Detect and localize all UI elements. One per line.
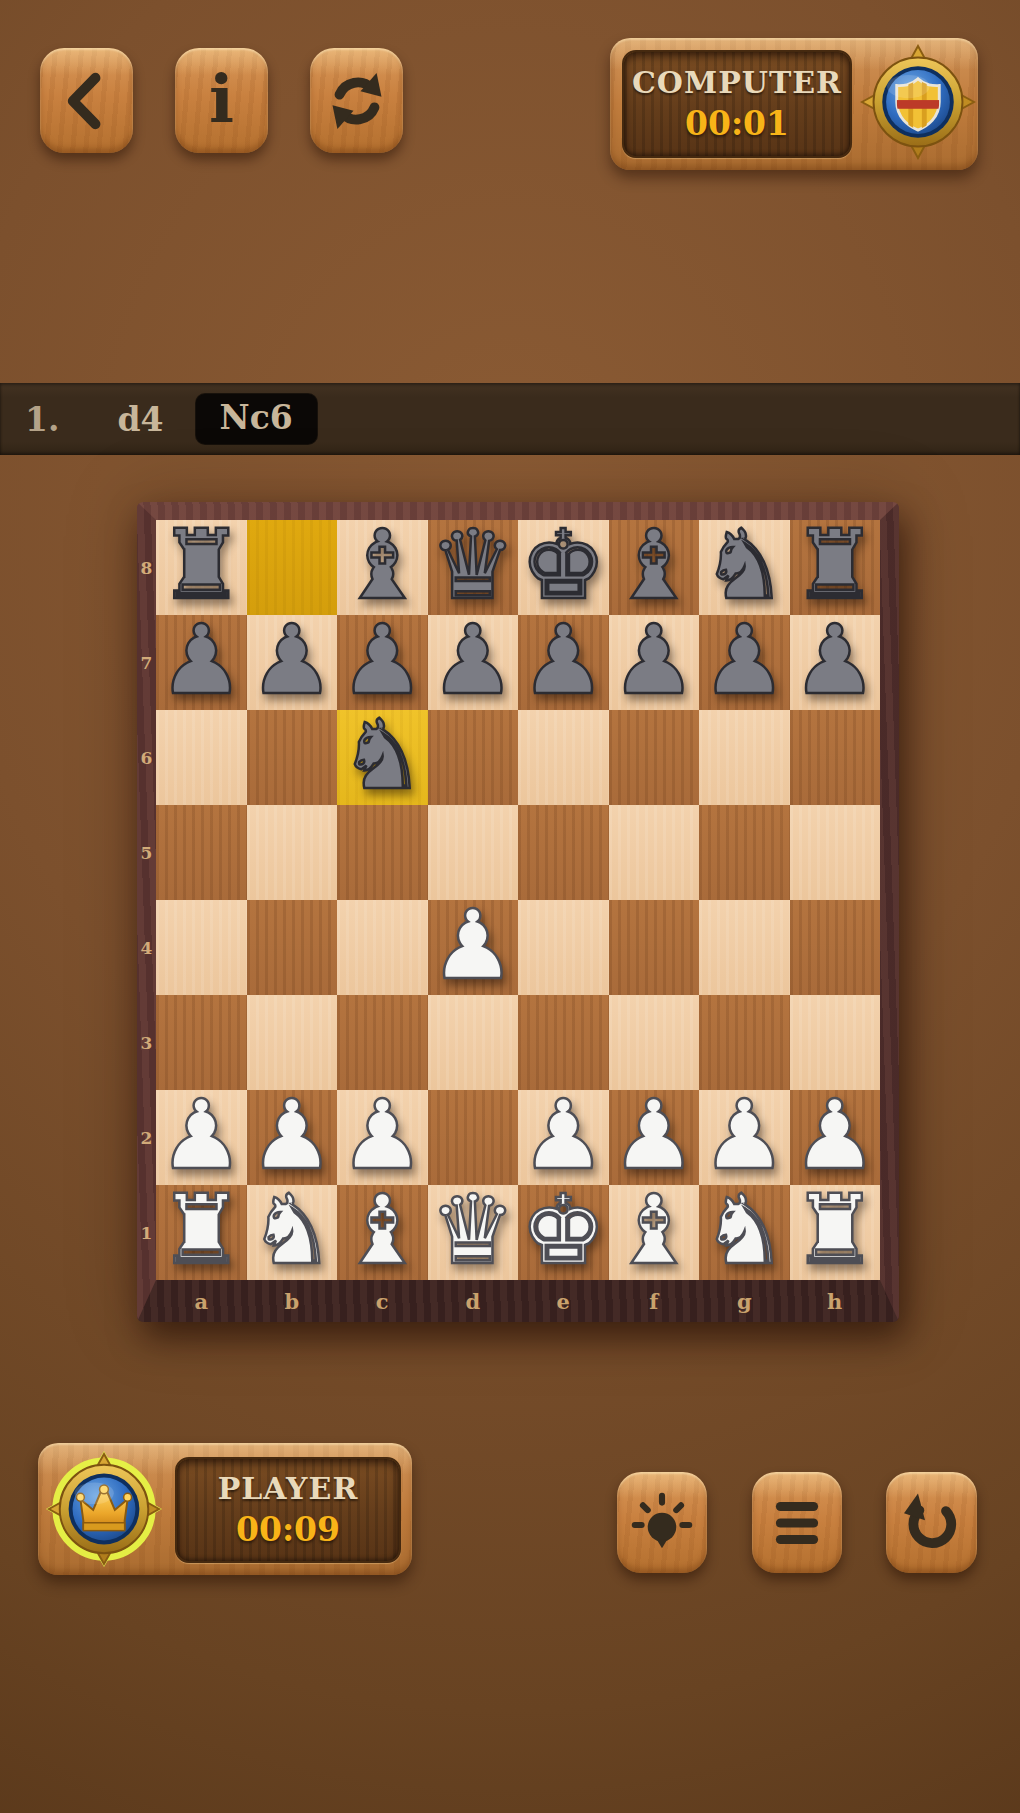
square-h8[interactable]: ♜ [790, 520, 881, 615]
shield-badge-icon [860, 44, 976, 164]
square-e8[interactable]: ♚ [518, 520, 609, 615]
square-b3[interactable] [247, 995, 338, 1090]
crown-badge-icon [45, 1450, 163, 1572]
square-h4[interactable] [790, 900, 881, 995]
player-timer: 00:09 [236, 1510, 340, 1549]
square-a1[interactable]: ♜ [156, 1185, 247, 1280]
square-c5[interactable] [337, 805, 428, 900]
rank-label-6: 6 [137, 710, 156, 805]
piece-white-king[interactable]: ♚ [518, 1185, 609, 1280]
file-label-f: f [609, 1284, 700, 1318]
square-d4[interactable]: ♟ [428, 900, 519, 995]
piece-black-knight[interactable]: ♞ [337, 710, 428, 805]
file-label-a: a [156, 1284, 247, 1318]
square-e5[interactable] [518, 805, 609, 900]
square-f8[interactable]: ♝ [609, 520, 700, 615]
square-e2[interactable]: ♟ [518, 1090, 609, 1185]
player-name: PLAYER [218, 1471, 359, 1506]
square-a4[interactable] [156, 900, 247, 995]
square-h2[interactable]: ♟ [790, 1090, 881, 1185]
piece-white-pawn[interactable]: ♟ [428, 900, 519, 995]
square-g8[interactable]: ♞ [699, 520, 790, 615]
square-a7[interactable]: ♟ [156, 615, 247, 710]
square-d6[interactable] [428, 710, 519, 805]
square-f5[interactable] [609, 805, 700, 900]
square-b4[interactable] [247, 900, 338, 995]
square-a6[interactable] [156, 710, 247, 805]
board-squares: ♜♝♛♚♝♞♜♟♟♟♟♟♟♟♟♞♟♟♟♟♟♟♟♟♜♞♝♛♚♝♞♜ [156, 520, 880, 1280]
square-e4[interactable] [518, 900, 609, 995]
move-white[interactable]: d4 [117, 400, 163, 439]
computer-timer: 00:01 [685, 104, 789, 143]
piece-white-knight[interactable]: ♞ [699, 1185, 790, 1280]
square-b7[interactable]: ♟ [247, 615, 338, 710]
computer-name: COMPUTER [632, 65, 842, 100]
player-panel: PLAYER 00:09 [38, 1443, 412, 1575]
flip-board-button[interactable] [310, 48, 403, 153]
square-b1[interactable]: ♞ [247, 1185, 338, 1280]
square-g4[interactable] [699, 900, 790, 995]
piece-black-pawn[interactable]: ♟ [156, 615, 247, 710]
back-chevron-icon [55, 65, 119, 137]
square-f2[interactable]: ♟ [609, 1090, 700, 1185]
file-labels: abcdefgh [156, 1284, 880, 1318]
menu-button[interactable] [752, 1472, 842, 1573]
square-c6[interactable]: ♞ [337, 710, 428, 805]
square-h7[interactable]: ♟ [790, 615, 881, 710]
piece-white-pawn[interactable]: ♟ [247, 1090, 338, 1185]
file-label-c: c [337, 1284, 428, 1318]
piece-white-pawn[interactable]: ♟ [699, 1090, 790, 1185]
file-label-b: b [247, 1284, 338, 1318]
square-e6[interactable] [518, 710, 609, 805]
piece-black-queen[interactable]: ♛ [428, 520, 519, 615]
square-g1[interactable]: ♞ [699, 1185, 790, 1280]
square-e7[interactable]: ♟ [518, 615, 609, 710]
piece-black-bishop[interactable]: ♝ [337, 520, 428, 615]
piece-black-pawn[interactable]: ♟ [428, 615, 519, 710]
piece-white-rook[interactable]: ♜ [790, 1185, 881, 1280]
computer-clock: COMPUTER 00:01 [622, 50, 852, 158]
piece-white-queen[interactable]: ♛ [428, 1185, 519, 1280]
file-label-e: e [518, 1284, 609, 1318]
square-f6[interactable] [609, 710, 700, 805]
file-label-g: g [699, 1284, 790, 1318]
square-h6[interactable] [790, 710, 881, 805]
player-clock: PLAYER 00:09 [175, 1457, 401, 1563]
square-g6[interactable] [699, 710, 790, 805]
move-list-bar: 1. d4 Nc6 [0, 383, 1020, 455]
square-c4[interactable] [337, 900, 428, 995]
rank-labels: 87654321 [137, 520, 156, 1280]
square-c8[interactable]: ♝ [337, 520, 428, 615]
square-d3[interactable] [428, 995, 519, 1090]
lightbulb-icon [628, 1487, 696, 1559]
chess-board: ♜♝♛♚♝♞♜♟♟♟♟♟♟♟♟♞♟♟♟♟♟♟♟♟♜♞♝♛♚♝♞♜ 8765432… [137, 502, 899, 1322]
square-h3[interactable] [790, 995, 881, 1090]
piece-black-knight[interactable]: ♞ [699, 520, 790, 615]
square-b8[interactable] [247, 520, 338, 615]
rank-label-4: 4 [137, 900, 156, 995]
square-b2[interactable]: ♟ [247, 1090, 338, 1185]
file-label-d: d [428, 1284, 519, 1318]
rank-label-7: 7 [137, 615, 156, 710]
piece-black-pawn[interactable]: ♟ [699, 615, 790, 710]
square-f1[interactable]: ♝ [609, 1185, 700, 1280]
piece-black-pawn[interactable]: ♟ [518, 615, 609, 710]
square-f4[interactable] [609, 900, 700, 995]
piece-black-king[interactable]: ♚ [518, 520, 609, 615]
piece-black-bishop[interactable]: ♝ [609, 520, 700, 615]
square-b5[interactable] [247, 805, 338, 900]
square-a2[interactable]: ♟ [156, 1090, 247, 1185]
piece-white-rook[interactable]: ♜ [156, 1185, 247, 1280]
piece-black-pawn[interactable]: ♟ [790, 615, 881, 710]
piece-black-pawn[interactable]: ♟ [337, 615, 428, 710]
piece-white-pawn[interactable]: ♟ [518, 1090, 609, 1185]
piece-white-knight[interactable]: ♞ [247, 1185, 338, 1280]
square-e3[interactable] [518, 995, 609, 1090]
rank-label-3: 3 [137, 995, 156, 1090]
piece-black-pawn[interactable]: ♟ [609, 615, 700, 710]
piece-black-pawn[interactable]: ♟ [247, 615, 338, 710]
piece-black-rook[interactable]: ♜ [790, 520, 881, 615]
chess-app-screen: { "game": "chess", "position": { "fen": … [0, 0, 1020, 1813]
square-a5[interactable] [156, 805, 247, 900]
square-d5[interactable] [428, 805, 519, 900]
piece-white-pawn[interactable]: ♟ [609, 1090, 700, 1185]
square-c2[interactable]: ♟ [337, 1090, 428, 1185]
flip-board-icon [322, 66, 392, 136]
square-h5[interactable] [790, 805, 881, 900]
piece-white-pawn[interactable]: ♟ [156, 1090, 247, 1185]
rank-label-1: 1 [137, 1185, 156, 1280]
square-g3[interactable] [699, 995, 790, 1090]
square-c1[interactable]: ♝ [337, 1185, 428, 1280]
square-f7[interactable]: ♟ [609, 615, 700, 710]
undo-button[interactable] [886, 1472, 977, 1573]
move-number: 1. [25, 400, 59, 439]
square-b6[interactable] [247, 710, 338, 805]
square-a3[interactable] [156, 995, 247, 1090]
rank-label-8: 8 [137, 520, 156, 615]
back-button[interactable] [40, 48, 133, 153]
move-black-active[interactable]: Nc6 [196, 394, 317, 444]
piece-white-bishop[interactable]: ♝ [609, 1185, 700, 1280]
square-c7[interactable]: ♟ [337, 615, 428, 710]
square-e1[interactable]: ♚ [518, 1185, 609, 1280]
square-c3[interactable] [337, 995, 428, 1090]
piece-white-pawn[interactable]: ♟ [790, 1090, 881, 1185]
square-g7[interactable]: ♟ [699, 615, 790, 710]
menu-icon [764, 1490, 830, 1556]
square-d2[interactable] [428, 1090, 519, 1185]
undo-icon [897, 1488, 967, 1558]
computer-panel: COMPUTER 00:01 [610, 38, 978, 170]
piece-black-rook[interactable]: ♜ [156, 520, 247, 615]
square-d8[interactable]: ♛ [428, 520, 519, 615]
square-d7[interactable]: ♟ [428, 615, 519, 710]
square-d1[interactable]: ♛ [428, 1185, 519, 1280]
square-g2[interactable]: ♟ [699, 1090, 790, 1185]
info-button[interactable]: i [175, 48, 268, 153]
square-h1[interactable]: ♜ [790, 1185, 881, 1280]
file-label-h: h [790, 1284, 881, 1318]
square-a8[interactable]: ♜ [156, 520, 247, 615]
piece-white-pawn[interactable]: ♟ [337, 1090, 428, 1185]
rank-label-2: 2 [137, 1090, 156, 1185]
rank-label-5: 5 [137, 805, 156, 900]
square-f3[interactable] [609, 995, 700, 1090]
info-icon: i [209, 66, 234, 132]
square-g5[interactable] [699, 805, 790, 900]
hint-button[interactable] [617, 1472, 707, 1573]
piece-white-bishop[interactable]: ♝ [337, 1185, 428, 1280]
